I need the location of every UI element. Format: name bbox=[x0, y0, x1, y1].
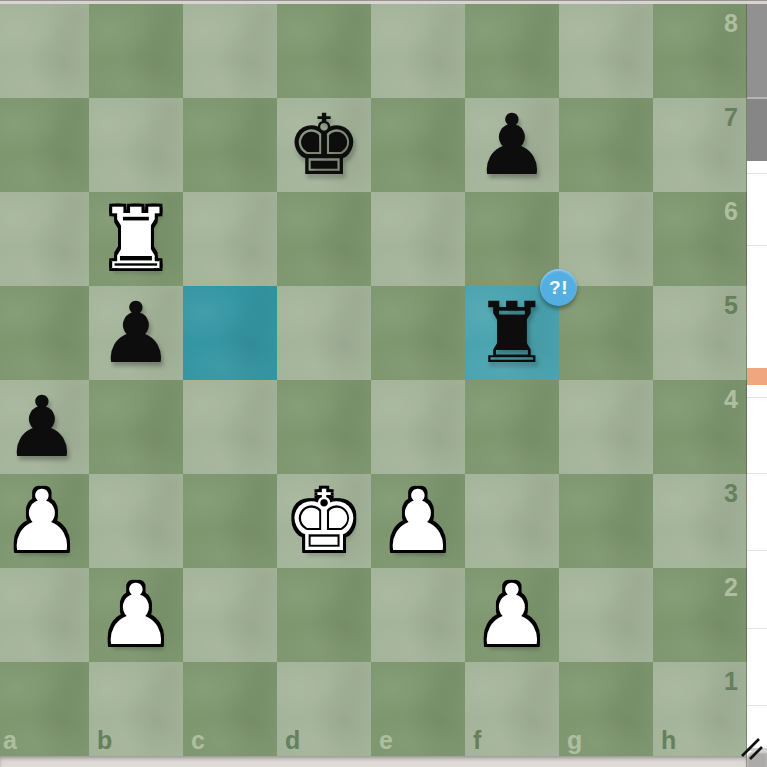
coord-rank-6: 6 bbox=[724, 197, 738, 226]
square-f1[interactable]: f bbox=[465, 662, 559, 756]
square-a8[interactable] bbox=[0, 4, 89, 98]
square-h2[interactable]: 2 bbox=[653, 568, 747, 662]
square-g3[interactable] bbox=[559, 474, 653, 568]
board-resize-handle[interactable] bbox=[739, 736, 765, 762]
square-e8[interactable] bbox=[371, 4, 465, 98]
piece-black-pawn[interactable]: ♟ bbox=[0, 380, 89, 474]
coord-rank-3: 3 bbox=[724, 479, 738, 508]
square-d8[interactable] bbox=[277, 4, 371, 98]
square-h5[interactable]: 5 bbox=[653, 286, 747, 380]
square-d2[interactable] bbox=[277, 568, 371, 662]
dubious-move-badge: ?! bbox=[540, 269, 577, 306]
coord-file-e: e bbox=[379, 726, 393, 755]
panel-row-divider bbox=[747, 473, 767, 474]
piece-white-rook[interactable]: ♜ bbox=[89, 192, 183, 286]
square-e6[interactable] bbox=[371, 192, 465, 286]
square-e5[interactable] bbox=[371, 286, 465, 380]
square-f3[interactable] bbox=[465, 474, 559, 568]
coord-file-h: h bbox=[661, 726, 676, 755]
square-b2[interactable]: ♟ bbox=[89, 568, 183, 662]
resize-grip-icon bbox=[739, 736, 765, 762]
piece-white-pawn[interactable]: ♟ bbox=[371, 474, 465, 568]
square-c4[interactable] bbox=[183, 380, 277, 474]
square-d6[interactable] bbox=[277, 192, 371, 286]
panel-row-divider bbox=[747, 245, 767, 246]
panel-row-divider bbox=[747, 628, 767, 629]
piece-black-pawn[interactable]: ♟ bbox=[89, 286, 183, 380]
square-g8[interactable] bbox=[559, 4, 653, 98]
scrollbar-thumb-top[interactable] bbox=[747, 4, 767, 97]
square-d3[interactable]: ♚ bbox=[277, 474, 371, 568]
coord-rank-1: 1 bbox=[724, 667, 738, 696]
piece-white-pawn[interactable]: ♟ bbox=[0, 474, 89, 568]
square-b5[interactable]: ♟ bbox=[89, 286, 183, 380]
square-d1[interactable]: d bbox=[277, 662, 371, 756]
coord-rank-4: 4 bbox=[724, 385, 738, 414]
square-g7[interactable] bbox=[559, 98, 653, 192]
square-g2[interactable] bbox=[559, 568, 653, 662]
square-b1[interactable]: b bbox=[89, 662, 183, 756]
square-e3[interactable]: ♟ bbox=[371, 474, 465, 568]
square-b3[interactable] bbox=[89, 474, 183, 568]
square-c6[interactable] bbox=[183, 192, 277, 286]
coord-file-g: g bbox=[567, 726, 582, 755]
square-a1[interactable]: a bbox=[0, 662, 89, 756]
square-h3[interactable]: 3 bbox=[653, 474, 747, 568]
square-h6[interactable]: 6 bbox=[653, 192, 747, 286]
square-b8[interactable] bbox=[89, 4, 183, 98]
square-c3[interactable] bbox=[183, 474, 277, 568]
square-d7[interactable]: ♚ bbox=[277, 98, 371, 192]
piece-black-pawn[interactable]: ♟ bbox=[465, 98, 559, 192]
square-a7[interactable] bbox=[0, 98, 89, 192]
square-a6[interactable] bbox=[0, 192, 89, 286]
square-e7[interactable] bbox=[371, 98, 465, 192]
square-d5[interactable] bbox=[277, 286, 371, 380]
square-h7[interactable]: 7 bbox=[653, 98, 747, 192]
coord-rank-5: 5 bbox=[724, 291, 738, 320]
square-f7[interactable]: ♟ bbox=[465, 98, 559, 192]
square-c5[interactable] bbox=[183, 286, 277, 380]
square-h1[interactable]: h1 bbox=[653, 662, 747, 756]
square-c8[interactable] bbox=[183, 4, 277, 98]
square-c1[interactable]: c bbox=[183, 662, 277, 756]
square-g4[interactable] bbox=[559, 380, 653, 474]
square-h8[interactable]: 8 bbox=[653, 4, 747, 98]
square-c7[interactable] bbox=[183, 98, 277, 192]
square-h4[interactable]: 4 bbox=[653, 380, 747, 474]
coord-file-f: f bbox=[473, 726, 481, 755]
square-f6[interactable] bbox=[465, 192, 559, 286]
square-f4[interactable] bbox=[465, 380, 559, 474]
square-b4[interactable] bbox=[89, 380, 183, 474]
panel-row-divider bbox=[747, 397, 767, 398]
square-e4[interactable] bbox=[371, 380, 465, 474]
square-d4[interactable] bbox=[277, 380, 371, 474]
coord-file-b: b bbox=[97, 726, 112, 755]
square-f8[interactable] bbox=[465, 4, 559, 98]
square-e2[interactable] bbox=[371, 568, 465, 662]
coord-rank-8: 8 bbox=[724, 9, 738, 38]
square-a2[interactable] bbox=[0, 568, 89, 662]
square-a4[interactable]: ♟ bbox=[0, 380, 89, 474]
side-panel-edge bbox=[747, 4, 767, 767]
coord-file-d: d bbox=[285, 726, 300, 755]
square-b6[interactable]: ♜ bbox=[89, 192, 183, 286]
panel-row-divider bbox=[747, 705, 767, 706]
piece-white-pawn[interactable]: ♟ bbox=[465, 568, 559, 662]
square-c2[interactable] bbox=[183, 568, 277, 662]
square-a3[interactable]: ♟ bbox=[0, 474, 89, 568]
square-b7[interactable] bbox=[89, 98, 183, 192]
square-g1[interactable]: g bbox=[559, 662, 653, 756]
square-a5[interactable] bbox=[0, 286, 89, 380]
square-g6[interactable] bbox=[559, 192, 653, 286]
piece-white-pawn[interactable]: ♟ bbox=[89, 568, 183, 662]
panel-row-divider bbox=[747, 550, 767, 551]
coord-file-a: a bbox=[3, 726, 17, 755]
scrollbar-thumb-bottom[interactable] bbox=[747, 99, 767, 161]
panel-row-divider bbox=[747, 173, 767, 174]
square-f2[interactable]: ♟ bbox=[465, 568, 559, 662]
square-e1[interactable]: e bbox=[371, 662, 465, 756]
page-bottom-edge bbox=[0, 756, 747, 767]
piece-black-king[interactable]: ♚ bbox=[277, 98, 371, 192]
square-g5[interactable] bbox=[559, 286, 653, 380]
coord-rank-7: 7 bbox=[724, 103, 738, 132]
panel-accent-marker bbox=[747, 368, 767, 385]
chess-board: 8♚♟7♜6♟♜5♟4♟♚♟3♟♟2abcdefgh1 bbox=[0, 4, 747, 756]
piece-white-king[interactable]: ♚ bbox=[277, 474, 371, 568]
coord-file-c: c bbox=[191, 726, 205, 755]
coord-rank-2: 2 bbox=[724, 573, 738, 602]
